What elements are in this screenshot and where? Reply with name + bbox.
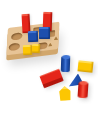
red-brick-block [39, 69, 63, 88]
yellow-cube-block [31, 43, 39, 52]
blue-cube-block [28, 31, 38, 42]
yellow-house-block [58, 86, 71, 101]
red-cylinder-block [77, 82, 88, 99]
yellow-cube-block [23, 45, 32, 55]
toy-photo-scene [0, 0, 98, 127]
blue-cube-block [39, 27, 50, 39]
blue-cylinder-block [61, 55, 71, 71]
blocks-layer [0, 0, 98, 127]
yellow-rect-block-block [77, 60, 93, 72]
